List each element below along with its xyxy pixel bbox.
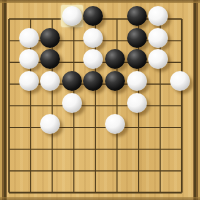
white-stone [148, 28, 168, 48]
white-stone [40, 114, 60, 134]
intersection-c3r8[interactable] [41, 160, 63, 182]
intersection-c3r7[interactable] [41, 138, 63, 160]
intersection-c1r7[interactable] [0, 138, 20, 160]
white-stone [127, 71, 147, 91]
intersection-c7r4[interactable] [128, 73, 150, 95]
intersection-c3r9[interactable] [41, 182, 63, 200]
intersection-c2r9[interactable] [20, 182, 42, 200]
intersection-c8r8[interactable] [149, 160, 171, 182]
intersection-c4r3[interactable] [63, 52, 85, 74]
intersection-c8r6[interactable] [149, 117, 171, 139]
intersection-c4r2[interactable] [63, 30, 85, 52]
intersection-c7r5[interactable] [128, 95, 150, 117]
intersection-c8r7[interactable] [149, 138, 171, 160]
intersection-c4r5[interactable] [63, 95, 85, 117]
intersection-c8r5[interactable] [149, 95, 171, 117]
intersection-c9r7[interactable] [171, 138, 193, 160]
intersection-c1r1[interactable] [0, 8, 20, 30]
white-stone [19, 71, 39, 91]
black-stone [127, 49, 147, 69]
intersection-c6r3[interactable] [106, 52, 128, 74]
intersection-c6r1[interactable] [106, 8, 128, 30]
intersection-c5r7[interactable] [85, 138, 107, 160]
intersection-c2r3[interactable] [20, 52, 42, 74]
intersection-c8r1[interactable] [149, 8, 171, 30]
intersection-c6r9[interactable] [106, 182, 128, 200]
white-stone [170, 71, 190, 91]
intersection-c6r2[interactable] [106, 30, 128, 52]
stone-grid [0, 8, 193, 200]
black-stone [127, 28, 147, 48]
intersection-c3r4[interactable] [41, 73, 63, 95]
black-stone [105, 49, 125, 69]
intersection-c2r8[interactable] [20, 160, 42, 182]
intersection-c4r6[interactable] [63, 117, 85, 139]
black-stone [127, 6, 147, 26]
intersection-c3r1[interactable] [41, 8, 63, 30]
intersection-c5r9[interactable] [85, 182, 107, 200]
white-stone [19, 49, 39, 69]
black-stone [40, 28, 60, 48]
intersection-c8r9[interactable] [149, 182, 171, 200]
intersection-c2r1[interactable] [20, 8, 42, 30]
intersection-c7r3[interactable] [128, 52, 150, 74]
white-stone [62, 93, 82, 113]
black-stone [83, 6, 103, 26]
intersection-c4r4[interactable] [63, 73, 85, 95]
white-stone [148, 6, 168, 26]
intersection-c5r1[interactable] [85, 8, 107, 30]
intersection-c2r6[interactable] [20, 117, 42, 139]
black-stone [40, 49, 60, 69]
intersection-c6r8[interactable] [106, 160, 128, 182]
intersection-c2r2[interactable] [20, 30, 42, 52]
white-stone [148, 49, 168, 69]
intersection-c5r2[interactable] [85, 30, 107, 52]
intersection-c9r8[interactable] [171, 160, 193, 182]
intersection-c3r2[interactable] [41, 30, 63, 52]
intersection-c9r1[interactable] [171, 8, 193, 30]
intersection-c8r2[interactable] [149, 30, 171, 52]
intersection-c9r6[interactable] [171, 117, 193, 139]
intersection-c6r4[interactable] [106, 73, 128, 95]
intersection-c1r9[interactable] [0, 182, 20, 200]
intersection-c7r6[interactable] [128, 117, 150, 139]
white-stone [83, 28, 103, 48]
intersection-c7r9[interactable] [128, 182, 150, 200]
intersection-c7r8[interactable] [128, 160, 150, 182]
intersection-c5r4[interactable] [85, 73, 107, 95]
intersection-c9r3[interactable] [171, 52, 193, 74]
white-stone [19, 28, 39, 48]
white-stone [62, 6, 82, 26]
intersection-c2r4[interactable] [20, 73, 42, 95]
intersection-c1r8[interactable] [0, 160, 20, 182]
intersection-c9r5[interactable] [171, 95, 193, 117]
intersection-c9r4[interactable] [171, 73, 193, 95]
white-stone [105, 114, 125, 134]
intersection-c9r9[interactable] [171, 182, 193, 200]
intersection-c4r7[interactable] [63, 138, 85, 160]
intersection-c7r2[interactable] [128, 30, 150, 52]
black-stone [62, 71, 82, 91]
go-board[interactable] [0, 0, 200, 200]
intersection-c5r3[interactable] [85, 52, 107, 74]
intersection-c8r4[interactable] [149, 73, 171, 95]
intersection-c4r9[interactable] [63, 182, 85, 200]
intersection-c7r1[interactable] [128, 8, 150, 30]
intersection-c3r6[interactable] [41, 117, 63, 139]
intersection-c6r6[interactable] [106, 117, 128, 139]
intersection-c3r5[interactable] [41, 95, 63, 117]
white-stone [40, 71, 60, 91]
black-stone [105, 71, 125, 91]
intersection-c9r2[interactable] [171, 30, 193, 52]
intersection-c8r3[interactable] [149, 52, 171, 74]
intersection-c2r7[interactable] [20, 138, 42, 160]
intersection-c1r4[interactable] [0, 73, 20, 95]
intersection-c1r6[interactable] [0, 117, 20, 139]
intersection-c7r7[interactable] [128, 138, 150, 160]
intersection-c5r8[interactable] [85, 160, 107, 182]
white-stone [127, 93, 147, 113]
intersection-c1r2[interactable] [0, 30, 20, 52]
intersection-c2r5[interactable] [20, 95, 42, 117]
intersection-c4r1[interactable] [63, 8, 85, 30]
intersection-c1r5[interactable] [0, 95, 20, 117]
intersection-c3r3[interactable] [41, 52, 63, 74]
intersection-c5r6[interactable] [85, 117, 107, 139]
intersection-c1r3[interactable] [0, 52, 20, 74]
black-stone [83, 71, 103, 91]
intersection-c5r5[interactable] [85, 95, 107, 117]
intersection-c4r8[interactable] [63, 160, 85, 182]
white-stone [83, 49, 103, 69]
intersection-c6r7[interactable] [106, 138, 128, 160]
intersection-c6r5[interactable] [106, 95, 128, 117]
